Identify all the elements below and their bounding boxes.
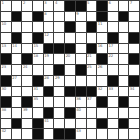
cell-r13c12[interactable]: [119, 129, 129, 139]
black-cell-r8c11: [108, 76, 118, 86]
cell-r2c11[interactable]: [108, 12, 118, 22]
black-cell-r9c9: [87, 87, 97, 97]
cell-r7c1[interactable]: 23: [1, 65, 11, 75]
cell-r3c12[interactable]: [119, 22, 129, 32]
cell-r10c4[interactable]: 35: [33, 97, 43, 107]
cell-r10c7[interactable]: [65, 97, 75, 107]
cell-r10c9[interactable]: 37: [87, 97, 97, 107]
cell-r7c5[interactable]: [44, 65, 54, 75]
cell-r3c2[interactable]: [12, 22, 22, 32]
cell-r12c3[interactable]: [22, 119, 32, 129]
cell-r6c12[interactable]: [119, 54, 129, 64]
cell-r1c9[interactable]: 5: [87, 1, 97, 11]
cell-r3c8[interactable]: [76, 22, 86, 32]
cell-r2c9[interactable]: [87, 12, 97, 22]
clue-number: 18: [34, 54, 38, 58]
cell-r2c6[interactable]: [54, 12, 64, 22]
cell-r8c2[interactable]: 27: [12, 76, 22, 86]
clue-number: 43: [76, 129, 80, 133]
cell-r1c1[interactable]: 1: [1, 1, 11, 11]
cell-r1c2[interactable]: [12, 1, 22, 11]
crossword-grid: 1234567891011121314151617181920212223242…: [0, 0, 140, 140]
black-cell-r9c5: [44, 87, 54, 97]
cell-r8c6[interactable]: 29: [54, 76, 64, 86]
cell-r11c13[interactable]: [129, 108, 139, 118]
cell-r5c4[interactable]: 15: [33, 44, 43, 54]
clue-number: 26: [98, 65, 102, 69]
black-cell-r2c10: [97, 12, 107, 22]
cell-r9c10[interactable]: 32: [97, 87, 107, 97]
cell-r12c7[interactable]: [65, 119, 75, 129]
black-cell-r1c8: [76, 1, 86, 11]
cell-r4c1[interactable]: [1, 33, 11, 43]
cell-r10c8[interactable]: 36: [76, 97, 86, 107]
cell-r3c4[interactable]: [33, 22, 43, 32]
cell-r7c13[interactable]: [129, 65, 139, 75]
cell-r2c8[interactable]: 9: [76, 12, 86, 22]
black-cell-r6c10: [97, 54, 107, 64]
cell-r5c3[interactable]: [22, 44, 32, 54]
black-cell-r1c10: [97, 1, 107, 11]
clue-number: 4: [55, 1, 57, 5]
cell-r7c12[interactable]: [119, 65, 129, 75]
black-cell-r5c6: [54, 44, 64, 54]
cell-r10c2[interactable]: [12, 97, 22, 107]
clue-number: 34: [130, 87, 134, 91]
cell-r12c13[interactable]: [129, 119, 139, 129]
cell-r8c10[interactable]: [97, 76, 107, 86]
clue-number: 41: [44, 119, 48, 123]
cell-r9c12[interactable]: [119, 87, 129, 97]
cell-r6c8[interactable]: [76, 54, 86, 64]
cell-r3c5[interactable]: [44, 22, 54, 32]
cell-r6c2[interactable]: [12, 54, 22, 64]
clue-number: 11: [98, 22, 102, 26]
cell-r5c12[interactable]: [119, 44, 129, 54]
cell-r2c7[interactable]: [65, 12, 75, 22]
cell-r11c4[interactable]: [33, 108, 43, 118]
cell-r5c11[interactable]: 17: [108, 44, 118, 54]
cell-r11c3[interactable]: 39: [22, 108, 32, 118]
cell-r13c5[interactable]: [44, 129, 54, 139]
cell-r5c10[interactable]: 16: [97, 44, 107, 54]
cell-r6c7[interactable]: 20: [65, 54, 75, 64]
cell-r5c13[interactable]: [129, 44, 139, 54]
clue-number: 14: [12, 44, 16, 48]
clue-number: 32: [98, 87, 102, 91]
cell-r5c2[interactable]: 14: [12, 44, 22, 54]
clue-number: 5: [87, 1, 89, 5]
black-cell-r9c8: [76, 87, 86, 97]
cell-r12c11[interactable]: [108, 119, 118, 129]
cell-r13c3[interactable]: [22, 129, 32, 139]
cell-r9c11[interactable]: 33: [108, 87, 118, 97]
clue-number: 37: [87, 97, 91, 101]
cell-r4c3[interactable]: [22, 33, 32, 43]
black-cell-r3c9: [87, 22, 97, 32]
clue-number: 1: [2, 1, 4, 5]
cell-r12c8[interactable]: [76, 119, 86, 129]
cell-r8c12[interactable]: [119, 76, 129, 86]
cell-r9c1[interactable]: 30: [1, 87, 11, 97]
clue-number: 19: [44, 54, 48, 58]
black-cell-r12c4: [33, 119, 43, 129]
clue-number: 12: [44, 33, 48, 37]
black-cell-r2c12: [119, 12, 129, 22]
cell-r11c2[interactable]: [12, 108, 22, 118]
cell-r2c3[interactable]: [22, 12, 32, 22]
black-cell-r8c13: [129, 76, 139, 86]
cell-r3c10[interactable]: 11: [97, 22, 107, 32]
clue-number: 17: [108, 44, 112, 48]
cell-r7c2[interactable]: [12, 65, 22, 75]
clue-number: 38: [2, 108, 6, 112]
cell-r7c3[interactable]: 24: [22, 65, 32, 75]
black-cell-r4c2: [12, 33, 22, 43]
cell-r11c9[interactable]: [87, 108, 97, 118]
cell-r4c12[interactable]: [119, 33, 129, 43]
cell-r6c5[interactable]: 19: [44, 54, 54, 64]
black-cell-r5c5: [44, 44, 54, 54]
cell-r2c13[interactable]: [129, 12, 139, 22]
clue-number: 3: [44, 1, 46, 5]
cell-r3c13[interactable]: [129, 22, 139, 32]
cell-r5c8[interactable]: [76, 44, 86, 54]
cell-r9c4[interactable]: 31: [33, 87, 43, 97]
black-cell-r9c7: [65, 87, 75, 97]
cell-r1c5[interactable]: 3: [44, 1, 54, 11]
cell-r12c1[interactable]: [1, 119, 11, 129]
black-cell-r12c10: [97, 119, 107, 129]
clue-number: 7: [130, 1, 132, 5]
cell-r11c12[interactable]: [119, 108, 129, 118]
cell-r4c7[interactable]: [65, 33, 75, 43]
cell-r11c10[interactable]: [97, 108, 107, 118]
clue-number: 2: [23, 1, 25, 5]
cell-r12c9[interactable]: [87, 119, 97, 129]
clue-number: 27: [12, 76, 16, 80]
cell-r13c10[interactable]: [97, 129, 107, 139]
cell-r13c2[interactable]: [12, 129, 22, 139]
cell-r11c8[interactable]: 40: [76, 108, 86, 118]
clue-number: 15: [34, 44, 38, 48]
clue-number: 40: [76, 108, 80, 112]
cell-r1c11[interactable]: 6: [108, 1, 118, 11]
clue-number: 21: [87, 54, 91, 58]
black-cell-r7c8: [76, 65, 86, 75]
cell-r1c4[interactable]: [33, 1, 43, 11]
black-cell-r5c7: [65, 44, 75, 54]
clue-number: 13: [2, 44, 6, 48]
cell-r6c6[interactable]: [54, 54, 64, 64]
cell-r9c2[interactable]: [12, 87, 22, 97]
cell-r10c11[interactable]: [108, 97, 118, 107]
cell-r3c3[interactable]: [22, 22, 32, 32]
clue-number: 25: [87, 65, 91, 69]
clue-number: 36: [76, 97, 80, 101]
black-cell-r13c4: [33, 129, 43, 139]
cell-r1c13[interactable]: 7: [129, 1, 139, 11]
cell-r8c5[interactable]: 28: [44, 76, 54, 86]
cell-r4c8[interactable]: [76, 33, 86, 43]
cell-r7c7[interactable]: [65, 65, 75, 75]
cell-r4c6[interactable]: [54, 33, 64, 43]
black-cell-r6c1: [1, 54, 11, 64]
cell-r2c5[interactable]: 8: [44, 12, 54, 22]
clue-number: 16: [98, 44, 102, 48]
cell-r4c9[interactable]: [87, 33, 97, 43]
cell-r1c12[interactable]: [119, 1, 129, 11]
cell-r10c13[interactable]: [129, 97, 139, 107]
black-cell-r8c4: [33, 76, 43, 86]
clue-number: 6: [108, 1, 110, 5]
clue-number: 10: [2, 22, 6, 26]
black-cell-r6c3: [22, 54, 32, 64]
black-cell-r11c7: [65, 108, 75, 118]
cell-r3c11[interactable]: [108, 22, 118, 32]
clue-number: 8: [44, 12, 46, 16]
clue-number: 35: [34, 97, 38, 101]
cell-r13c8[interactable]: 43: [76, 129, 86, 139]
clue-number: 28: [44, 76, 48, 80]
clue-number: 22: [108, 54, 112, 58]
black-cell-r10c1: [1, 97, 11, 107]
cell-r7c11[interactable]: [108, 65, 118, 75]
clue-number: 29: [55, 76, 59, 80]
black-cell-r4c11: [108, 33, 118, 43]
black-cell-r1c7: [65, 1, 75, 11]
cell-r3c1[interactable]: 10: [1, 22, 11, 32]
cell-r11c1[interactable]: 38: [1, 108, 11, 118]
clue-number: 30: [2, 87, 6, 91]
black-cell-r12c12: [119, 119, 129, 129]
black-cell-r7c6: [54, 65, 64, 75]
black-cell-r4c4: [33, 33, 43, 43]
clue-number: 31: [34, 87, 38, 91]
cell-r10c5[interactable]: [44, 97, 54, 107]
cell-r4c5[interactable]: 12: [44, 33, 54, 43]
clue-number: 9: [76, 12, 78, 16]
cell-r12c5[interactable]: 41: [44, 119, 54, 129]
clue-number: 39: [23, 108, 27, 112]
cell-r1c6[interactable]: 4: [54, 1, 64, 11]
cell-r3c6[interactable]: [54, 22, 64, 32]
cell-r10c6[interactable]: [54, 97, 64, 107]
clue-number: 23: [2, 65, 6, 69]
cell-r7c10[interactable]: 26: [97, 65, 107, 75]
black-cell-r2c2: [12, 12, 22, 22]
cell-r12c6[interactable]: [54, 119, 64, 129]
cell-r4c10[interactable]: [97, 33, 107, 43]
black-cell-r6c13: [129, 54, 139, 64]
cell-r6c11[interactable]: 22: [108, 54, 118, 64]
clue-number: 33: [108, 87, 112, 91]
black-cell-r10c10: [97, 97, 107, 107]
cell-r13c13[interactable]: [129, 129, 139, 139]
cell-r7c9[interactable]: 25: [87, 65, 97, 75]
clue-number: 20: [66, 54, 70, 58]
black-cell-r5c9: [87, 44, 97, 54]
cell-r9c6[interactable]: [54, 87, 64, 97]
cell-r6c4[interactable]: 18: [33, 54, 43, 64]
black-cell-r4c13: [129, 33, 139, 43]
black-cell-r10c3: [22, 97, 32, 107]
cell-r13c11[interactable]: [108, 129, 118, 139]
clue-number: 42: [2, 129, 6, 133]
cell-r9c13[interactable]: 34: [129, 87, 139, 97]
cell-r8c7[interactable]: [65, 76, 75, 86]
black-cell-r11c5: [44, 108, 54, 118]
cell-r1c3[interactable]: 2: [22, 1, 32, 11]
cell-r9c3[interactable]: [22, 87, 32, 97]
black-cell-r13c6: [54, 129, 64, 139]
black-cell-r13c7: [65, 129, 75, 139]
clue-number: 24: [23, 65, 27, 69]
cell-r2c1[interactable]: [1, 12, 11, 22]
cell-r11c6[interactable]: [54, 108, 64, 118]
cell-r8c8[interactable]: [76, 76, 86, 86]
cell-r11c11[interactable]: [108, 108, 118, 118]
cell-r13c9[interactable]: [87, 129, 97, 139]
cell-r6c9[interactable]: 21: [87, 54, 97, 64]
cell-r8c9[interactable]: [87, 76, 97, 86]
cell-r13c1[interactable]: 42: [1, 129, 11, 139]
black-cell-r8c1: [1, 76, 11, 86]
black-cell-r10c12: [119, 97, 129, 107]
black-cell-r12c2: [12, 119, 22, 129]
cell-r8c3[interactable]: [22, 76, 32, 86]
black-cell-r3c7: [65, 22, 75, 32]
cell-r5c1[interactable]: 13: [1, 44, 11, 54]
black-cell-r2c4: [33, 12, 43, 22]
cell-r7c4[interactable]: [33, 65, 43, 75]
